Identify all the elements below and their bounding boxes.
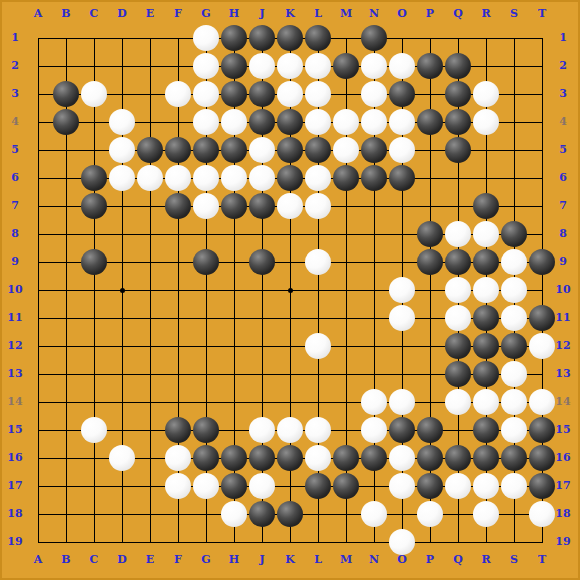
intersection-P19[interactable] — [416, 528, 444, 556]
intersection-M18[interactable] — [332, 500, 360, 528]
intersection-R11[interactable] — [472, 304, 500, 332]
stone-white-K2[interactable] — [277, 53, 303, 79]
intersection-M14[interactable] — [332, 388, 360, 416]
intersection-C10[interactable] — [80, 276, 108, 304]
intersection-A5[interactable] — [24, 136, 52, 164]
stone-black-K4[interactable] — [277, 109, 303, 135]
intersection-T16[interactable] — [528, 444, 556, 472]
intersection-R18[interactable] — [472, 500, 500, 528]
stone-black-J7[interactable] — [249, 193, 275, 219]
intersection-L9[interactable] — [304, 248, 332, 276]
intersection-A8[interactable] — [24, 220, 52, 248]
stone-white-L2[interactable] — [305, 53, 331, 79]
intersection-F6[interactable] — [164, 164, 192, 192]
stone-black-P17[interactable] — [417, 473, 443, 499]
stone-black-T17[interactable] — [529, 473, 555, 499]
intersection-A9[interactable] — [24, 248, 52, 276]
intersection-R19[interactable] — [472, 528, 500, 556]
stone-white-T18[interactable] — [529, 501, 555, 527]
intersection-S4[interactable] — [500, 108, 528, 136]
intersection-H1[interactable] — [220, 24, 248, 52]
intersection-B10[interactable] — [52, 276, 80, 304]
stone-black-R9[interactable] — [473, 249, 499, 275]
intersection-A10[interactable] — [24, 276, 52, 304]
stone-white-L7[interactable] — [305, 193, 331, 219]
intersection-O8[interactable] — [388, 220, 416, 248]
intersection-H19[interactable] — [220, 528, 248, 556]
intersection-E15[interactable] — [136, 416, 164, 444]
intersection-K16[interactable] — [276, 444, 304, 472]
intersection-E9[interactable] — [136, 248, 164, 276]
stone-white-D5[interactable] — [109, 137, 135, 163]
intersection-O15[interactable] — [388, 416, 416, 444]
stone-white-L6[interactable] — [305, 165, 331, 191]
intersection-L17[interactable] — [304, 472, 332, 500]
stone-white-N18[interactable] — [361, 501, 387, 527]
intersection-D9[interactable] — [108, 248, 136, 276]
intersection-C3[interactable] — [80, 80, 108, 108]
stone-black-C6[interactable] — [81, 165, 107, 191]
stone-black-N16[interactable] — [361, 445, 387, 471]
intersection-J13[interactable] — [248, 360, 276, 388]
stone-white-T14[interactable] — [529, 389, 555, 415]
intersection-A14[interactable] — [24, 388, 52, 416]
intersection-G2[interactable] — [192, 52, 220, 80]
intersection-O18[interactable] — [388, 500, 416, 528]
stone-white-N3[interactable] — [361, 81, 387, 107]
stone-black-J9[interactable] — [249, 249, 275, 275]
intersection-G10[interactable] — [192, 276, 220, 304]
intersection-J8[interactable] — [248, 220, 276, 248]
stone-black-P15[interactable] — [417, 417, 443, 443]
stone-black-J18[interactable] — [249, 501, 275, 527]
intersection-Q16[interactable] — [444, 444, 472, 472]
stone-black-Q16[interactable] — [445, 445, 471, 471]
intersection-D5[interactable] — [108, 136, 136, 164]
intersection-K18[interactable] — [276, 500, 304, 528]
intersection-J4[interactable] — [248, 108, 276, 136]
intersection-G19[interactable] — [192, 528, 220, 556]
intersection-J16[interactable] — [248, 444, 276, 472]
stone-black-K6[interactable] — [277, 165, 303, 191]
intersection-F3[interactable] — [164, 80, 192, 108]
stone-black-H7[interactable] — [221, 193, 247, 219]
intersection-S18[interactable] — [500, 500, 528, 528]
intersection-H13[interactable] — [220, 360, 248, 388]
intersection-E4[interactable] — [136, 108, 164, 136]
intersection-L4[interactable] — [304, 108, 332, 136]
intersection-N9[interactable] — [360, 248, 388, 276]
intersection-K1[interactable] — [276, 24, 304, 52]
intersection-K2[interactable] — [276, 52, 304, 80]
intersection-B19[interactable] — [52, 528, 80, 556]
stone-black-L5[interactable] — [305, 137, 331, 163]
stone-black-C7[interactable] — [81, 193, 107, 219]
intersection-Q6[interactable] — [444, 164, 472, 192]
intersection-Q17[interactable] — [444, 472, 472, 500]
stone-white-O10[interactable] — [389, 277, 415, 303]
intersection-K5[interactable] — [276, 136, 304, 164]
stone-black-L17[interactable] — [305, 473, 331, 499]
intersection-J7[interactable] — [248, 192, 276, 220]
intersection-N12[interactable] — [360, 332, 388, 360]
intersection-R4[interactable] — [472, 108, 500, 136]
intersection-S1[interactable] — [500, 24, 528, 52]
intersection-Q10[interactable] — [444, 276, 472, 304]
intersection-J9[interactable] — [248, 248, 276, 276]
intersection-G1[interactable] — [192, 24, 220, 52]
stone-white-M5[interactable] — [333, 137, 359, 163]
intersection-K19[interactable] — [276, 528, 304, 556]
intersection-A15[interactable] — [24, 416, 52, 444]
intersection-Q15[interactable] — [444, 416, 472, 444]
intersection-L10[interactable] — [304, 276, 332, 304]
intersection-M12[interactable] — [332, 332, 360, 360]
stone-black-M17[interactable] — [333, 473, 359, 499]
stone-black-R11[interactable] — [473, 305, 499, 331]
intersection-J19[interactable] — [248, 528, 276, 556]
intersection-C15[interactable] — [80, 416, 108, 444]
intersection-S8[interactable] — [500, 220, 528, 248]
intersection-B4[interactable] — [52, 108, 80, 136]
intersection-L2[interactable] — [304, 52, 332, 80]
intersection-N1[interactable] — [360, 24, 388, 52]
intersection-Q1[interactable] — [444, 24, 472, 52]
stone-black-G16[interactable] — [193, 445, 219, 471]
stone-white-K7[interactable] — [277, 193, 303, 219]
intersection-G6[interactable] — [192, 164, 220, 192]
intersection-G9[interactable] — [192, 248, 220, 276]
stone-white-L12[interactable] — [305, 333, 331, 359]
intersection-K7[interactable] — [276, 192, 304, 220]
intersection-P11[interactable] — [416, 304, 444, 332]
intersection-A18[interactable] — [24, 500, 52, 528]
stone-black-R7[interactable] — [473, 193, 499, 219]
intersection-P9[interactable] — [416, 248, 444, 276]
intersection-N11[interactable] — [360, 304, 388, 332]
intersection-O6[interactable] — [388, 164, 416, 192]
stone-white-G1[interactable] — [193, 25, 219, 51]
intersection-T11[interactable] — [528, 304, 556, 332]
intersection-B6[interactable] — [52, 164, 80, 192]
stone-black-N1[interactable] — [361, 25, 387, 51]
intersection-F11[interactable] — [164, 304, 192, 332]
stone-white-F3[interactable] — [165, 81, 191, 107]
intersection-B9[interactable] — [52, 248, 80, 276]
intersection-S10[interactable] — [500, 276, 528, 304]
stone-white-L4[interactable] — [305, 109, 331, 135]
stone-white-O14[interactable] — [389, 389, 415, 415]
stone-white-J15[interactable] — [249, 417, 275, 443]
stone-white-Q17[interactable] — [445, 473, 471, 499]
intersection-C5[interactable] — [80, 136, 108, 164]
stone-black-K5[interactable] — [277, 137, 303, 163]
stone-black-G15[interactable] — [193, 417, 219, 443]
intersection-L14[interactable] — [304, 388, 332, 416]
intersection-L16[interactable] — [304, 444, 332, 472]
intersection-H12[interactable] — [220, 332, 248, 360]
stone-white-Q10[interactable] — [445, 277, 471, 303]
intersection-B7[interactable] — [52, 192, 80, 220]
intersection-H8[interactable] — [220, 220, 248, 248]
intersection-B16[interactable] — [52, 444, 80, 472]
intersection-L19[interactable] — [304, 528, 332, 556]
intersection-N16[interactable] — [360, 444, 388, 472]
intersection-L5[interactable] — [304, 136, 332, 164]
intersection-A16[interactable] — [24, 444, 52, 472]
intersection-H17[interactable] — [220, 472, 248, 500]
intersection-F5[interactable] — [164, 136, 192, 164]
intersection-M10[interactable] — [332, 276, 360, 304]
intersection-R15[interactable] — [472, 416, 500, 444]
intersection-N15[interactable] — [360, 416, 388, 444]
intersection-D3[interactable] — [108, 80, 136, 108]
intersection-R1[interactable] — [472, 24, 500, 52]
intersection-E14[interactable] — [136, 388, 164, 416]
intersection-E2[interactable] — [136, 52, 164, 80]
stone-white-G2[interactable] — [193, 53, 219, 79]
intersection-O1[interactable] — [388, 24, 416, 52]
stone-black-P8[interactable] — [417, 221, 443, 247]
intersection-F14[interactable] — [164, 388, 192, 416]
intersection-C14[interactable] — [80, 388, 108, 416]
intersection-J6[interactable] — [248, 164, 276, 192]
intersection-A3[interactable] — [24, 80, 52, 108]
intersection-R17[interactable] — [472, 472, 500, 500]
stone-white-D4[interactable] — [109, 109, 135, 135]
intersection-E13[interactable] — [136, 360, 164, 388]
intersection-S3[interactable] — [500, 80, 528, 108]
stone-black-N6[interactable] — [361, 165, 387, 191]
intersection-C4[interactable] — [80, 108, 108, 136]
intersection-F4[interactable] — [164, 108, 192, 136]
intersection-K10[interactable] — [276, 276, 304, 304]
intersection-R10[interactable] — [472, 276, 500, 304]
intersection-S19[interactable] — [500, 528, 528, 556]
intersection-A1[interactable] — [24, 24, 52, 52]
intersection-R16[interactable] — [472, 444, 500, 472]
intersection-O9[interactable] — [388, 248, 416, 276]
intersection-F17[interactable] — [164, 472, 192, 500]
stone-white-D6[interactable] — [109, 165, 135, 191]
intersection-R8[interactable] — [472, 220, 500, 248]
stone-white-R3[interactable] — [473, 81, 499, 107]
intersection-J10[interactable] — [248, 276, 276, 304]
intersection-G17[interactable] — [192, 472, 220, 500]
stone-white-O5[interactable] — [389, 137, 415, 163]
stone-white-G4[interactable] — [193, 109, 219, 135]
intersection-J18[interactable] — [248, 500, 276, 528]
intersection-E10[interactable] — [136, 276, 164, 304]
intersection-D13[interactable] — [108, 360, 136, 388]
intersection-H11[interactable] — [220, 304, 248, 332]
stone-black-F15[interactable] — [165, 417, 191, 443]
intersection-P5[interactable] — [416, 136, 444, 164]
intersection-G7[interactable] — [192, 192, 220, 220]
intersection-F15[interactable] — [164, 416, 192, 444]
intersection-S12[interactable] — [500, 332, 528, 360]
intersection-M19[interactable] — [332, 528, 360, 556]
intersection-F8[interactable] — [164, 220, 192, 248]
stone-white-O11[interactable] — [389, 305, 415, 331]
intersection-E8[interactable] — [136, 220, 164, 248]
intersection-C7[interactable] — [80, 192, 108, 220]
intersection-T17[interactable] — [528, 472, 556, 500]
intersection-L13[interactable] — [304, 360, 332, 388]
intersection-D1[interactable] — [108, 24, 136, 52]
intersection-O17[interactable] — [388, 472, 416, 500]
stone-black-T16[interactable] — [529, 445, 555, 471]
intersection-T7[interactable] — [528, 192, 556, 220]
stone-white-L16[interactable] — [305, 445, 331, 471]
intersection-R14[interactable] — [472, 388, 500, 416]
intersection-N2[interactable] — [360, 52, 388, 80]
intersection-P10[interactable] — [416, 276, 444, 304]
intersection-Q3[interactable] — [444, 80, 472, 108]
intersection-Q19[interactable] — [444, 528, 472, 556]
intersection-G5[interactable] — [192, 136, 220, 164]
stone-black-H5[interactable] — [221, 137, 247, 163]
stone-white-O17[interactable] — [389, 473, 415, 499]
intersection-E19[interactable] — [136, 528, 164, 556]
intersection-M3[interactable] — [332, 80, 360, 108]
intersection-B11[interactable] — [52, 304, 80, 332]
intersection-F13[interactable] — [164, 360, 192, 388]
intersection-C6[interactable] — [80, 164, 108, 192]
intersection-T3[interactable] — [528, 80, 556, 108]
intersection-G14[interactable] — [192, 388, 220, 416]
intersection-O2[interactable] — [388, 52, 416, 80]
intersection-L1[interactable] — [304, 24, 332, 52]
stone-white-H18[interactable] — [221, 501, 247, 527]
intersection-E17[interactable] — [136, 472, 164, 500]
stone-black-P16[interactable] — [417, 445, 443, 471]
intersection-M9[interactable] — [332, 248, 360, 276]
intersection-M15[interactable] — [332, 416, 360, 444]
intersection-C16[interactable] — [80, 444, 108, 472]
intersection-L11[interactable] — [304, 304, 332, 332]
intersection-T12[interactable] — [528, 332, 556, 360]
stone-black-O3[interactable] — [389, 81, 415, 107]
intersection-C17[interactable] — [80, 472, 108, 500]
intersection-F16[interactable] — [164, 444, 192, 472]
intersection-O4[interactable] — [388, 108, 416, 136]
stone-black-M2[interactable] — [333, 53, 359, 79]
intersection-T2[interactable] — [528, 52, 556, 80]
stone-white-K15[interactable] — [277, 417, 303, 443]
intersection-F19[interactable] — [164, 528, 192, 556]
intersection-R12[interactable] — [472, 332, 500, 360]
intersection-J5[interactable] — [248, 136, 276, 164]
stone-white-J6[interactable] — [249, 165, 275, 191]
intersection-G16[interactable] — [192, 444, 220, 472]
intersection-C8[interactable] — [80, 220, 108, 248]
stone-black-J3[interactable] — [249, 81, 275, 107]
intersection-M2[interactable] — [332, 52, 360, 80]
intersection-N3[interactable] — [360, 80, 388, 108]
intersection-T8[interactable] — [528, 220, 556, 248]
intersection-G11[interactable] — [192, 304, 220, 332]
intersection-P18[interactable] — [416, 500, 444, 528]
stone-white-N2[interactable] — [361, 53, 387, 79]
stone-black-M6[interactable] — [333, 165, 359, 191]
intersection-M8[interactable] — [332, 220, 360, 248]
stone-white-G17[interactable] — [193, 473, 219, 499]
intersection-R5[interactable] — [472, 136, 500, 164]
intersection-K4[interactable] — [276, 108, 304, 136]
intersection-S17[interactable] — [500, 472, 528, 500]
intersection-Q11[interactable] — [444, 304, 472, 332]
intersection-Q4[interactable] — [444, 108, 472, 136]
intersection-T18[interactable] — [528, 500, 556, 528]
stone-white-O19[interactable] — [389, 529, 415, 555]
intersection-N8[interactable] — [360, 220, 388, 248]
intersection-P16[interactable] — [416, 444, 444, 472]
intersection-F2[interactable] — [164, 52, 192, 80]
stone-black-N5[interactable] — [361, 137, 387, 163]
intersection-R9[interactable] — [472, 248, 500, 276]
stone-white-C15[interactable] — [81, 417, 107, 443]
intersection-S15[interactable] — [500, 416, 528, 444]
intersection-H2[interactable] — [220, 52, 248, 80]
intersection-M16[interactable] — [332, 444, 360, 472]
stone-white-S9[interactable] — [501, 249, 527, 275]
intersection-H9[interactable] — [220, 248, 248, 276]
stone-white-M4[interactable] — [333, 109, 359, 135]
intersection-T9[interactable] — [528, 248, 556, 276]
stone-black-P9[interactable] — [417, 249, 443, 275]
stone-white-R17[interactable] — [473, 473, 499, 499]
intersection-Q13[interactable] — [444, 360, 472, 388]
intersection-O12[interactable] — [388, 332, 416, 360]
intersection-A11[interactable] — [24, 304, 52, 332]
intersection-S13[interactable] — [500, 360, 528, 388]
intersection-Q9[interactable] — [444, 248, 472, 276]
stone-black-T15[interactable] — [529, 417, 555, 443]
intersection-P15[interactable] — [416, 416, 444, 444]
intersection-D18[interactable] — [108, 500, 136, 528]
intersection-D19[interactable] — [108, 528, 136, 556]
intersection-H16[interactable] — [220, 444, 248, 472]
intersection-H5[interactable] — [220, 136, 248, 164]
intersection-H15[interactable] — [220, 416, 248, 444]
intersection-P8[interactable] — [416, 220, 444, 248]
intersection-T5[interactable] — [528, 136, 556, 164]
stone-black-J4[interactable] — [249, 109, 275, 135]
intersection-B15[interactable] — [52, 416, 80, 444]
stone-white-P18[interactable] — [417, 501, 443, 527]
stone-black-R13[interactable] — [473, 361, 499, 387]
intersection-H10[interactable] — [220, 276, 248, 304]
intersection-L15[interactable] — [304, 416, 332, 444]
intersection-N6[interactable] — [360, 164, 388, 192]
intersection-J15[interactable] — [248, 416, 276, 444]
intersection-L8[interactable] — [304, 220, 332, 248]
stone-black-G9[interactable] — [193, 249, 219, 275]
stone-white-O4[interactable] — [389, 109, 415, 135]
intersection-N7[interactable] — [360, 192, 388, 220]
intersection-E6[interactable] — [136, 164, 164, 192]
go-board-grid[interactable] — [24, 24, 556, 556]
stone-white-R4[interactable] — [473, 109, 499, 135]
intersection-E3[interactable] — [136, 80, 164, 108]
intersection-O16[interactable] — [388, 444, 416, 472]
intersection-O19[interactable] — [388, 528, 416, 556]
intersection-N4[interactable] — [360, 108, 388, 136]
intersection-K14[interactable] — [276, 388, 304, 416]
stone-black-Q4[interactable] — [445, 109, 471, 135]
intersection-P2[interactable] — [416, 52, 444, 80]
